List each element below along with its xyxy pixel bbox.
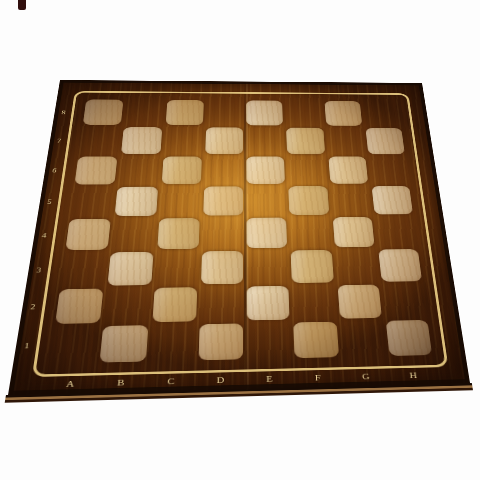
square-d5[interactable]	[201, 185, 245, 217]
square-g1[interactable]	[338, 319, 388, 358]
rank-label-7: 7	[57, 137, 62, 143]
square-a2[interactable]	[53, 287, 106, 326]
light-square	[108, 252, 153, 285]
square-h5[interactable]	[370, 185, 415, 216]
square-a8[interactable]	[81, 98, 125, 126]
light-square	[165, 100, 203, 125]
chessboard[interactable]: ABCDEFGH12345678	[8, 80, 470, 395]
light-square	[386, 320, 433, 356]
light-square	[201, 251, 243, 284]
square-f2[interactable]	[290, 283, 338, 320]
light-square	[152, 287, 197, 322]
square-e8[interactable]	[245, 99, 285, 126]
square-e6[interactable]	[245, 155, 287, 185]
light-square	[65, 219, 111, 251]
square-b8[interactable]	[122, 99, 165, 127]
light-square	[365, 128, 404, 154]
square-h2[interactable]	[380, 282, 429, 319]
light-square	[324, 101, 362, 126]
square-c2[interactable]	[150, 285, 199, 323]
square-f3[interactable]	[289, 249, 335, 284]
square-d1[interactable]	[196, 322, 245, 362]
light-square	[247, 286, 290, 321]
square-b1[interactable]	[98, 323, 150, 364]
square-a7[interactable]	[77, 126, 123, 155]
light-square	[378, 249, 422, 281]
square-d3[interactable]	[199, 250, 245, 286]
square-b7[interactable]	[119, 126, 163, 155]
light-square	[246, 218, 287, 249]
rank-label-6: 6	[52, 167, 57, 174]
square-c6[interactable]	[159, 155, 203, 185]
square-d8[interactable]	[204, 99, 244, 126]
rank-label-8: 8	[61, 109, 66, 115]
light-square	[198, 323, 243, 360]
square-e3[interactable]	[245, 249, 290, 284]
rank-label-2: 2	[30, 302, 36, 310]
rank-label-4: 4	[41, 231, 47, 238]
file-label-e: E	[266, 374, 273, 384]
file-label-f: F	[315, 372, 321, 382]
square-e2[interactable]	[245, 284, 292, 322]
light-square	[121, 127, 162, 154]
light-square	[100, 325, 148, 363]
square-g3[interactable]	[333, 248, 380, 283]
square-g6[interactable]	[326, 155, 369, 185]
square-a1[interactable]	[47, 324, 101, 365]
light-square	[286, 128, 324, 154]
square-e7[interactable]	[245, 127, 286, 156]
square-b2[interactable]	[102, 286, 153, 324]
square-e1[interactable]	[245, 321, 293, 361]
square-g4[interactable]	[331, 216, 377, 249]
square-f5[interactable]	[287, 185, 331, 216]
light-square	[371, 186, 413, 215]
light-square	[332, 217, 374, 248]
square-d2[interactable]	[198, 285, 245, 323]
light-square	[205, 128, 243, 154]
square-g8[interactable]	[323, 100, 364, 127]
board-photo: ABCDEFGH12345678	[0, 0, 480, 480]
light-square	[83, 99, 124, 125]
square-c1[interactable]	[147, 323, 197, 363]
square-c4[interactable]	[155, 217, 201, 251]
light-square	[328, 156, 368, 183]
square-d6[interactable]	[202, 155, 244, 185]
light-square	[203, 186, 243, 215]
square-a3[interactable]	[58, 251, 109, 287]
rank-label-3: 3	[36, 266, 42, 274]
square-b5[interactable]	[113, 185, 160, 217]
square-a6[interactable]	[73, 155, 120, 186]
square-d4[interactable]	[200, 217, 245, 251]
square-f4[interactable]	[288, 216, 333, 249]
square-g7[interactable]	[324, 127, 366, 155]
square-b4[interactable]	[109, 217, 157, 251]
square-h6[interactable]	[367, 155, 411, 185]
square-e5[interactable]	[245, 185, 288, 217]
file-label-g: G	[362, 371, 370, 381]
square-a4[interactable]	[63, 217, 113, 251]
square-f1[interactable]	[292, 320, 341, 360]
board-grid	[47, 98, 434, 365]
light-square	[161, 156, 201, 184]
square-h3[interactable]	[376, 248, 424, 283]
light-square	[337, 284, 382, 318]
square-h4[interactable]	[373, 215, 419, 248]
light-square	[55, 288, 104, 324]
square-h1[interactable]	[384, 318, 435, 357]
light-square	[288, 186, 328, 215]
square-a5[interactable]	[68, 185, 116, 217]
square-g5[interactable]	[328, 185, 372, 216]
square-f8[interactable]	[284, 100, 325, 127]
light-square	[74, 156, 117, 184]
square-e4[interactable]	[245, 216, 289, 249]
square-h8[interactable]	[361, 100, 403, 127]
square-c3[interactable]	[153, 250, 201, 286]
square-f7[interactable]	[285, 127, 327, 155]
file-label-a: A	[66, 378, 75, 388]
square-f6[interactable]	[286, 155, 329, 185]
file-label-c: C	[167, 376, 175, 386]
square-h7[interactable]	[364, 127, 407, 155]
file-label-d: D	[216, 375, 224, 385]
light-square	[246, 156, 285, 184]
rank-label-5: 5	[47, 198, 52, 205]
light-square	[157, 218, 200, 249]
square-g2[interactable]	[335, 283, 383, 320]
square-c8[interactable]	[164, 99, 206, 127]
light-square	[291, 250, 334, 283]
cropped-logo-mark	[18, 0, 26, 10]
rank-label-1: 1	[24, 341, 30, 350]
board-side-edge	[5, 383, 473, 403]
square-c5[interactable]	[157, 185, 202, 217]
square-b3[interactable]	[106, 251, 155, 287]
light-square	[246, 100, 283, 125]
square-c7[interactable]	[162, 126, 205, 155]
file-label-b: B	[117, 377, 125, 387]
light-square	[293, 321, 338, 358]
square-b6[interactable]	[116, 155, 161, 185]
light-square	[115, 187, 158, 217]
square-d7[interactable]	[203, 126, 244, 155]
file-label-h: H	[409, 370, 417, 380]
